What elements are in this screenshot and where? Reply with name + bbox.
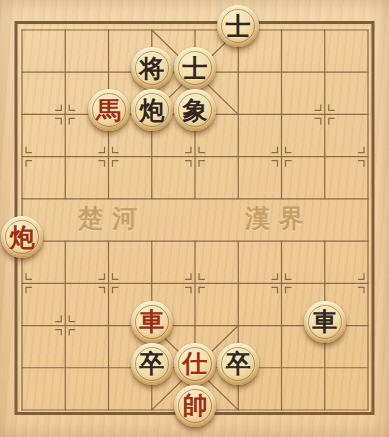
piece-glyph: 炮 <box>10 225 35 250</box>
piece-glyph: 士 <box>226 14 251 39</box>
piece-red-cannon[interactable]: 炮 <box>1 216 43 258</box>
piece-glyph: 車 <box>139 309 164 334</box>
piece-black-advisor-b[interactable]: 士 <box>174 47 216 89</box>
piece-glyph: 仕 <box>183 351 208 376</box>
piece-black-advisor-a[interactable]: 士 <box>217 5 259 47</box>
piece-black-general[interactable]: 将 <box>131 47 173 89</box>
piece-glyph: 帥 <box>183 393 208 418</box>
piece-red-horse[interactable]: 馬 <box>88 89 130 131</box>
piece-glyph: 車 <box>312 309 337 334</box>
river-label-chu-river: 楚河 <box>78 205 146 233</box>
piece-glyph: 士 <box>183 56 208 81</box>
piece-glyph: 卒 <box>139 351 164 376</box>
piece-glyph: 炮 <box>139 98 164 123</box>
river-label-han-border: 漢界 <box>245 205 313 233</box>
piece-glyph: 将 <box>139 56 164 81</box>
piece-glyph: 象 <box>183 98 208 123</box>
piece-black-soldier-a[interactable]: 卒 <box>131 343 173 385</box>
piece-glyph: 馬 <box>96 98 121 123</box>
piece-glyph: 卒 <box>226 351 251 376</box>
piece-black-chariot[interactable]: 車 <box>304 301 346 343</box>
piece-black-soldier-b[interactable]: 卒 <box>217 343 259 385</box>
piece-black-cannon[interactable]: 炮 <box>131 89 173 131</box>
piece-red-general[interactable]: 帥 <box>174 385 216 427</box>
xiangqi-game-screen: 楚河 漢界 士将士馬炮象炮車車卒仕卒帥 <box>0 0 389 437</box>
piece-red-advisor[interactable]: 仕 <box>174 343 216 385</box>
piece-red-chariot[interactable]: 車 <box>131 301 173 343</box>
